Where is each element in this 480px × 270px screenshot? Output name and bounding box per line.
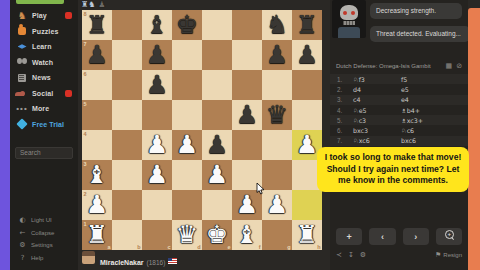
move-row: 3.c4e4: [330, 95, 468, 105]
move-row: 1.♘f3f5: [330, 74, 468, 84]
footer-item-light-ui[interactable]: ◐Light UI: [10, 214, 78, 227]
white-pawn-d4[interactable]: ♟: [172, 130, 202, 160]
sidebar-item-label: Free Trial: [32, 121, 64, 128]
square-e5[interactable]: [202, 100, 232, 130]
stream-caption: I took so long to make that move! Should…: [317, 147, 469, 192]
overlay-right-border: [468, 8, 480, 270]
file-label: g: [287, 244, 290, 250]
square-b8[interactable]: [112, 10, 142, 40]
square-b2[interactable]: [112, 190, 142, 220]
square-c8[interactable]: ♝: [142, 10, 172, 40]
captured-pieces-row: ♜♞ ♟: [81, 0, 106, 9]
chess-board[interactable]: 8♜♝♚♞♜7♟♟♟♟6♟5♟♛4♟♟♟♟3♝♟♟2♟♟♟1a♜bcd♛e♚f♝…: [82, 10, 322, 250]
rank-label: 4: [84, 131, 87, 137]
sidebar-item-free-trial[interactable]: Free Trial: [10, 117, 78, 133]
square-e6[interactable]: [202, 70, 232, 100]
black-pawn-g7[interactable]: ♟: [262, 40, 292, 70]
footer-item-help[interactable]: ?Help: [10, 252, 78, 265]
square-f7[interactable]: [232, 40, 262, 70]
captured-dark-pieces: ♟: [98, 0, 105, 9]
square-f4[interactable]: [232, 130, 262, 160]
add-button[interactable]: +: [336, 228, 362, 245]
square-b3[interactable]: [112, 160, 142, 190]
square-h2[interactable]: [292, 190, 322, 220]
zoom-button[interactable]: [436, 228, 462, 245]
square-g3[interactable]: [262, 160, 292, 190]
black-rook-h8[interactable]: ♜: [292, 10, 322, 40]
notification-badge: [65, 12, 72, 19]
white-move[interactable]: ♘c3: [353, 117, 401, 124]
file-label: b: [137, 244, 140, 250]
square-c7[interactable]: ♟: [142, 40, 172, 70]
puzzle-icon: [17, 26, 27, 36]
square-b7[interactable]: [112, 40, 142, 70]
contrast-icon: ◐: [18, 216, 27, 224]
square-e7[interactable]: [202, 40, 232, 70]
collapse-icon: ←: [18, 229, 27, 237]
move-row: 2.d4e5: [330, 84, 468, 94]
move-number: 3.: [330, 96, 353, 103]
square-b6[interactable]: [112, 70, 142, 100]
square-g4[interactable]: [262, 130, 292, 160]
footer-item-settings[interactable]: ⚙Settings: [10, 239, 78, 252]
sidebar-item-play[interactable]: ♞Play: [10, 8, 78, 24]
square-g2[interactable]: ♟: [262, 190, 292, 220]
us-flag-icon: [168, 258, 177, 264]
move-row: 4.♘e5♗b4+: [330, 105, 468, 115]
rank-label: 3: [84, 161, 87, 167]
square-d8[interactable]: ♚: [172, 10, 202, 40]
back-button[interactable]: ‹: [369, 228, 395, 245]
move-number: 1.: [330, 76, 353, 83]
square-b5[interactable]: [112, 100, 142, 130]
skull-icon: [340, 5, 358, 20]
sidebar-item-label: Watch: [32, 59, 53, 66]
app-window: ♞PlayPuzzlesLearnWatchNewsSocial•••MoreF…: [0, 0, 480, 270]
person-icon: [17, 88, 27, 98]
rank-label: 8: [84, 11, 87, 17]
board-column: ♜♞ ♟ 8♜♝♚♞♜7♟♟♟♟6♟5♟♛4♟♟♟♟3♝♟♟2♟♟♟1a♜bcd…: [78, 0, 330, 270]
search-input[interactable]: [15, 147, 73, 159]
rank-label: 6: [84, 71, 87, 77]
sidebar-item-label: More: [32, 105, 49, 112]
sidebar-footer: ◐Light UI←Collapse⚙Settings?Help: [10, 214, 78, 264]
square-c1[interactable]: c: [142, 220, 172, 250]
share-icon[interactable]: ≺: [336, 251, 342, 259]
square-f1[interactable]: f♝: [232, 220, 262, 250]
white-pawn-c3[interactable]: ♟: [142, 160, 172, 190]
sidebar-nav: ♞PlayPuzzlesLearnWatchNewsSocial•••MoreF…: [10, 8, 78, 132]
square-b1[interactable]: b: [112, 220, 142, 250]
sidebar-item-label: News: [32, 74, 51, 81]
file-label: c: [167, 244, 170, 250]
footer-item-label: Collapse: [31, 230, 54, 236]
diamond-icon: [17, 119, 27, 129]
site-logo[interactable]: [16, 0, 64, 4]
white-bishop-f1[interactable]: ♝: [232, 220, 262, 250]
player-avatar[interactable]: [82, 251, 95, 264]
player-name[interactable]: MiracleNakar: [100, 259, 144, 266]
moves-header: Dutch Defense: Omega-Isis Gambit ▦ ⊘: [336, 62, 462, 70]
rank-label: 5: [84, 101, 87, 107]
sidebar-item-watch[interactable]: Watch: [10, 55, 78, 71]
sidebar-item-learn[interactable]: Learn: [10, 39, 78, 55]
dots-icon: •••: [17, 104, 27, 114]
close-icon[interactable]: ⊘: [456, 62, 462, 70]
move-number: 4.: [330, 107, 353, 114]
square-h1[interactable]: h♜: [292, 220, 322, 250]
search-wrap: [15, 141, 73, 159]
footer-item-collapse[interactable]: ←Collapse: [10, 227, 78, 240]
file-label: a: [107, 244, 110, 250]
file-label: f: [259, 244, 261, 250]
binoculars-icon: [17, 57, 27, 67]
captured-white-pieces: ♜♞: [81, 0, 95, 9]
footer-item-label: Light UI: [31, 217, 52, 223]
square-d6[interactable]: [172, 70, 202, 100]
square-f5[interactable]: ♟: [232, 100, 262, 130]
square-c6[interactable]: ♟: [142, 70, 172, 100]
rank-label: 1: [84, 221, 87, 227]
black-move[interactable]: ♘c6: [401, 127, 451, 134]
square-g7[interactable]: ♟: [262, 40, 292, 70]
sidebar-item-social[interactable]: Social: [10, 86, 78, 102]
sidebar-item-label: Social: [32, 90, 53, 97]
square-b4[interactable]: [112, 130, 142, 160]
black-queen-g5[interactable]: ♛: [262, 100, 292, 130]
square-a3[interactable]: 3♝: [82, 160, 112, 190]
white-pawn-c4[interactable]: ♟: [142, 130, 172, 160]
graduation-cap-icon: [17, 42, 27, 52]
bot-chat-message: Decreasing strength.: [370, 3, 462, 19]
sidebar: ♞PlayPuzzlesLearnWatchNewsSocial•••MoreF…: [10, 0, 78, 270]
sidebar-item-more[interactable]: •••More: [10, 101, 78, 117]
forward-button[interactable]: ›: [403, 228, 429, 245]
square-e4[interactable]: ♟: [202, 130, 232, 160]
opening-name: Dutch Defense: Omega-Isis Gambit: [336, 63, 442, 69]
square-h7[interactable]: ♟: [292, 40, 322, 70]
white-pawn-e3[interactable]: ♟: [202, 160, 232, 190]
white-move[interactable]: ♘e5: [353, 107, 401, 114]
square-g6[interactable]: [262, 70, 292, 100]
move-list: 1.♘f3f52.d4e53.c4e44.♘e5♗b4+5.♘c3♗xc3+6.…: [330, 74, 468, 146]
square-a6[interactable]: 6: [82, 70, 112, 100]
flag-icon: ⚑: [435, 251, 441, 259]
newspaper-icon: [17, 73, 27, 83]
utility-row: ≺ ↧ ⚙ ⚑ Resign: [336, 251, 462, 259]
player-bar: MiracleNakar(1816): [82, 251, 326, 269]
sidebar-item-label: Puzzles: [32, 28, 58, 35]
square-a7[interactable]: 7♟: [82, 40, 112, 70]
sidebar-item-puzzles[interactable]: Puzzles: [10, 24, 78, 40]
square-d3[interactable]: [172, 160, 202, 190]
overlay-left-border: [0, 0, 10, 270]
square-d2[interactable]: [172, 190, 202, 220]
magnifier-icon: [445, 233, 453, 241]
black-move[interactable]: f5: [401, 76, 451, 83]
square-c2[interactable]: [142, 190, 172, 220]
square-f8[interactable]: [232, 10, 262, 40]
black-move[interactable]: e4: [401, 96, 451, 103]
sidebar-item-news[interactable]: News: [10, 70, 78, 86]
square-a1[interactable]: 1a♜: [82, 220, 112, 250]
player-rating: (1816): [147, 259, 166, 266]
black-pawn-c7[interactable]: ♟: [142, 40, 172, 70]
gear-icon: ⚙: [18, 241, 27, 249]
white-pawn-g2[interactable]: ♟: [262, 190, 292, 220]
black-move[interactable]: bxc6: [401, 137, 451, 144]
move-row: 5.♘c3♗xc3+: [330, 115, 468, 125]
square-g1[interactable]: g: [262, 220, 292, 250]
square-e1[interactable]: e♚: [202, 220, 232, 250]
bot-avatar[interactable]: [332, 0, 366, 38]
square-h8[interactable]: ♜: [292, 10, 322, 40]
notification-badge: [65, 90, 72, 97]
square-c4[interactable]: ♟: [142, 130, 172, 160]
footer-item-label: Help: [31, 255, 43, 261]
black-move[interactable]: ♗xc3+: [401, 117, 451, 124]
file-label: h: [317, 244, 320, 250]
square-e2[interactable]: [202, 190, 232, 220]
square-g5[interactable]: ♛: [262, 100, 292, 130]
white-move[interactable]: ♘xc6: [353, 137, 401, 144]
square-a2[interactable]: 2♟: [82, 190, 112, 220]
square-c3[interactable]: ♟: [142, 160, 172, 190]
square-d1[interactable]: d♛: [172, 220, 202, 250]
square-d4[interactable]: ♟: [172, 130, 202, 160]
move-number: 2.: [330, 86, 353, 93]
square-d7[interactable]: [172, 40, 202, 70]
rank-label: 2: [84, 191, 87, 197]
square-a8[interactable]: 8♜: [82, 10, 112, 40]
file-label: e: [227, 244, 230, 250]
square-c5[interactable]: [142, 100, 172, 130]
footer-item-label: Settings: [31, 242, 53, 248]
white-move[interactable]: bxc3: [353, 127, 401, 134]
knight-icon: ♞: [17, 11, 27, 21]
square-h6[interactable]: [292, 70, 322, 100]
sidebar-item-label: Play: [32, 12, 47, 19]
square-a4[interactable]: 4: [82, 130, 112, 160]
resign-button[interactable]: ⚑ Resign: [435, 251, 462, 259]
move-number: 6.: [330, 127, 353, 134]
explorer-icon[interactable]: ▦: [446, 62, 453, 70]
board-controls: + ‹ ›: [336, 228, 462, 245]
black-pawn-h7[interactable]: ♟: [292, 40, 322, 70]
move-number: 7.: [330, 137, 353, 144]
square-h5[interactable]: [292, 100, 322, 130]
settings-gear-icon[interactable]: ⚙: [360, 251, 366, 259]
help-icon: ?: [18, 254, 27, 262]
move-number: 5.: [330, 117, 353, 124]
file-label: d: [197, 244, 200, 250]
sidebar-item-label: Learn: [32, 43, 52, 50]
square-e8[interactable]: [202, 10, 232, 40]
square-d5[interactable]: [172, 100, 202, 130]
square-f6[interactable]: [232, 70, 262, 100]
black-pawn-e4[interactable]: ♟: [202, 130, 232, 160]
white-move[interactable]: c4: [353, 96, 401, 103]
black-knight-g8[interactable]: ♞: [262, 10, 292, 40]
square-g8[interactable]: ♞: [262, 10, 292, 40]
download-icon[interactable]: ↧: [348, 251, 354, 259]
black-king-d8[interactable]: ♚: [172, 10, 202, 40]
mouse-cursor-icon: [256, 181, 265, 199]
black-bishop-c8[interactable]: ♝: [142, 10, 172, 40]
square-a5[interactable]: 5: [82, 100, 112, 130]
square-e3[interactable]: ♟: [202, 160, 232, 190]
bot-chat-message: Threat detected. Evaluating...: [370, 26, 470, 42]
black-pawn-c6[interactable]: ♟: [142, 70, 172, 100]
move-row: 7.♘xc6bxc6: [330, 136, 468, 146]
right-panel: Decreasing strength. Threat detected. Ev…: [330, 0, 468, 270]
player-info: MiracleNakar(1816): [100, 251, 177, 269]
white-move[interactable]: d4: [353, 86, 401, 93]
black-pawn-f5[interactable]: ♟: [232, 100, 262, 130]
move-row: 6.bxc3♘c6: [330, 125, 468, 135]
white-move[interactable]: ♘f3: [353, 76, 401, 83]
black-move[interactable]: e5: [401, 86, 451, 93]
black-move[interactable]: ♗b4+: [401, 107, 451, 114]
rank-label: 7: [84, 41, 87, 47]
